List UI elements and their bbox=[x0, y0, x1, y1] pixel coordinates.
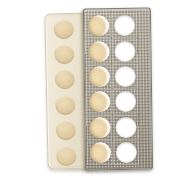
photo-stage bbox=[0, 0, 180, 180]
blister-cell bbox=[85, 38, 111, 64]
blister-cell bbox=[113, 140, 139, 166]
empty-pocket bbox=[114, 40, 135, 61]
empty-pocket bbox=[115, 117, 136, 138]
pill-in-pocket bbox=[89, 142, 110, 163]
pill-bump bbox=[56, 146, 76, 166]
pill-bump bbox=[55, 69, 75, 89]
pill-bump bbox=[53, 19, 73, 39]
blister-cell bbox=[111, 13, 137, 39]
blister-cell bbox=[112, 114, 138, 140]
pill-in-pocket bbox=[88, 41, 109, 62]
cream-pack-bump-column bbox=[53, 16, 76, 169]
foil-blister-pack bbox=[83, 8, 153, 171]
blister-cell bbox=[86, 115, 112, 141]
empty-pocket bbox=[113, 15, 134, 36]
pill-in-pocket bbox=[87, 15, 108, 36]
blister-cell bbox=[112, 64, 138, 90]
foil-pocket-grid bbox=[85, 13, 139, 166]
pill-bump bbox=[54, 44, 74, 64]
pill-in-pocket bbox=[89, 117, 110, 138]
pill-bump bbox=[55, 95, 75, 115]
blister-cell bbox=[111, 38, 137, 64]
blister-cell bbox=[87, 140, 113, 166]
blister-cell bbox=[112, 89, 138, 115]
blister-cell bbox=[86, 89, 112, 115]
empty-pocket bbox=[115, 142, 136, 163]
pill-in-pocket bbox=[88, 66, 109, 87]
blister-cell bbox=[86, 64, 112, 90]
pill-in-pocket bbox=[89, 91, 110, 112]
pill-bump bbox=[56, 120, 76, 140]
empty-pocket bbox=[115, 91, 136, 112]
blister-cell bbox=[85, 13, 111, 39]
empty-pocket bbox=[114, 66, 135, 87]
